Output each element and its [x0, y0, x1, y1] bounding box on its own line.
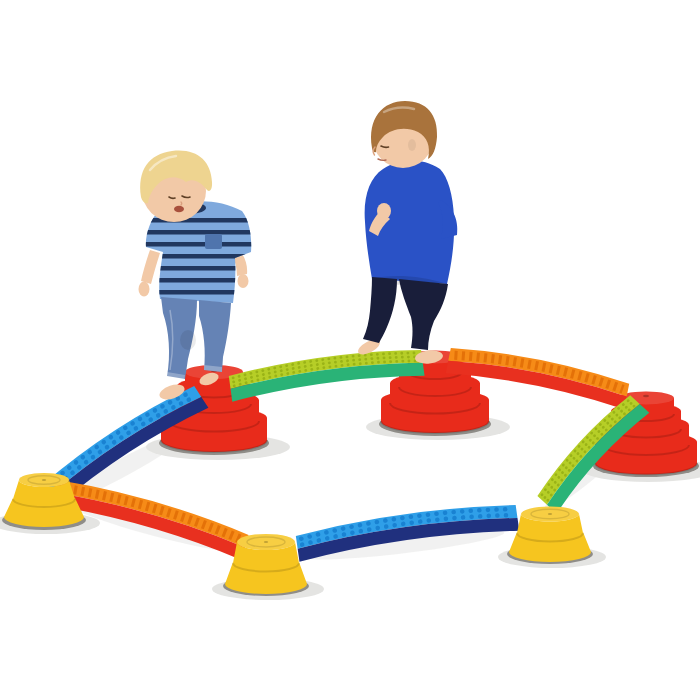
boy-ear [408, 139, 416, 151]
stone-top-hole [548, 513, 552, 515]
yellow-stone-bottom-right [507, 507, 593, 565]
boy-front-leg [399, 279, 448, 350]
stone-top-hole [42, 479, 46, 481]
shirt-stripe [140, 218, 260, 223]
jeans-knee-shade [180, 330, 196, 350]
boy-fist [377, 203, 391, 219]
stone-top-hole [264, 541, 268, 543]
boy-back-leg [363, 277, 397, 343]
dome-top-hole [643, 395, 649, 398]
child-toddler [139, 151, 261, 403]
child-boy [356, 101, 458, 365]
scene [0, 0, 700, 700]
shirt-stripe [140, 290, 260, 295]
toddler-jeans-back-leg [199, 300, 231, 372]
shirt-stripe [140, 230, 260, 235]
toddler-shirt-pocket [205, 234, 222, 249]
product-photo [0, 0, 700, 700]
toddler-back-hand [238, 274, 249, 288]
toddler-front-arm [141, 250, 160, 284]
shirt-stripe [140, 242, 260, 247]
toddler-nose [181, 202, 182, 205]
toddler-front-hand [139, 282, 150, 297]
toddler-mouth [174, 206, 184, 212]
